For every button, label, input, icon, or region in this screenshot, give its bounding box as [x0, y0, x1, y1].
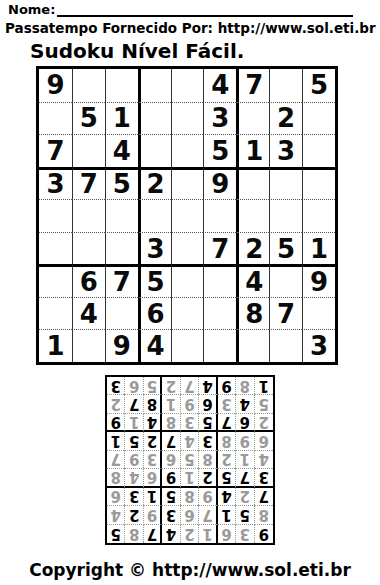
- cell-r6c8: 5: [269, 232, 302, 265]
- solution-cell-r9c9: 3: [107, 377, 125, 395]
- solution-cell-r4c8: 4: [125, 469, 143, 487]
- cell-r7c3: 7: [105, 264, 138, 297]
- cell-r2c9[interactable]: [302, 102, 335, 135]
- solution-cell-r9c8: 6: [125, 377, 143, 395]
- cell-r9c4: 4: [138, 329, 171, 362]
- solution-cell-r6c6: 7: [162, 432, 180, 450]
- cell-r2c8: 2: [269, 102, 302, 135]
- solution-cell-r5c7: 3: [144, 451, 162, 469]
- solution-cell-r1c5: 2: [181, 525, 199, 543]
- solution-cell-r6c4: 3: [199, 432, 217, 450]
- cell-r5c9[interactable]: [302, 199, 335, 232]
- solution-cell-r6c1: 6: [255, 432, 273, 450]
- cell-r4c4: 2: [138, 167, 171, 200]
- cell-r3c5[interactable]: [171, 134, 204, 167]
- solution-cell-r7c3: 7: [218, 414, 236, 432]
- page-title: Sudoku Nível Fácil.: [30, 39, 244, 63]
- cell-r3c2[interactable]: [72, 134, 105, 167]
- solution-cell-r6c8: 5: [125, 432, 143, 450]
- cell-r7c6[interactable]: [203, 264, 236, 297]
- solution-cell-r6c2: 9: [236, 432, 254, 450]
- solution-cell-r2c4: 7: [199, 506, 217, 524]
- solution-cell-r5c8: 9: [125, 451, 143, 469]
- cell-r8c8: 7: [269, 297, 302, 330]
- cell-r7c5[interactable]: [171, 264, 204, 297]
- cell-r2c7[interactable]: [236, 102, 269, 135]
- solution-cell-r9c1: 1: [255, 377, 273, 395]
- name-row: Nome:: [8, 1, 353, 17]
- solution-cell-r4c9: 8: [107, 469, 125, 487]
- cell-r7c1[interactable]: [39, 264, 72, 297]
- solution-cell-r4c4: 2: [199, 469, 217, 487]
- solution-cell-r9c4: 4: [199, 377, 217, 395]
- cell-r4c2: 7: [72, 167, 105, 200]
- solution-cell-r9c5: 7: [181, 377, 199, 395]
- cell-r8c1[interactable]: [39, 297, 72, 330]
- cell-r1c2[interactable]: [72, 69, 105, 102]
- cell-r7c2: 6: [72, 264, 105, 297]
- solution-cell-r7c7: 4: [144, 414, 162, 432]
- cell-r9c2[interactable]: [72, 329, 105, 362]
- cell-r2c1[interactable]: [39, 102, 72, 135]
- solution-cell-r7c2: 6: [236, 414, 254, 432]
- solution-cell-r6c9: 1: [107, 432, 125, 450]
- solution-cell-r8c9: 2: [107, 395, 125, 413]
- cell-r4c3: 5: [105, 167, 138, 200]
- cell-r9c5[interactable]: [171, 329, 204, 362]
- cell-r6c9: 1: [302, 232, 335, 265]
- cell-r5c6[interactable]: [203, 199, 236, 232]
- solution-cell-r2c7: 9: [144, 506, 162, 524]
- solution-cell-r6c5: 4: [181, 432, 199, 450]
- cell-r8c5[interactable]: [171, 297, 204, 330]
- cell-r4c6: 9: [203, 167, 236, 200]
- solution-cell-r5c1: 4: [255, 451, 273, 469]
- cell-r8c7: 8: [236, 297, 269, 330]
- solution-cell-r3c3: 4: [218, 488, 236, 506]
- cell-r6c3[interactable]: [105, 232, 138, 265]
- provided-by-text: Passatempo Fornecido Por: http://www.sol…: [5, 20, 375, 36]
- cell-r8c9[interactable]: [302, 297, 335, 330]
- cell-r6c7: 2: [236, 232, 269, 265]
- cell-r8c6[interactable]: [203, 297, 236, 330]
- cell-r5c3[interactable]: [105, 199, 138, 232]
- solution-cell-r2c1: 8: [255, 506, 273, 524]
- cell-r3c3: 4: [105, 134, 138, 167]
- solution-cell-r2c9: 4: [107, 506, 125, 524]
- solution-cell-r4c5: 1: [181, 469, 199, 487]
- solution-cell-r2c3: 1: [218, 506, 236, 524]
- cell-r6c1[interactable]: [39, 232, 72, 265]
- cell-r2c6: 3: [203, 102, 236, 135]
- solution-cell-r5c2: 1: [236, 451, 254, 469]
- cell-r2c4[interactable]: [138, 102, 171, 135]
- solution-cell-r1c2: 3: [236, 525, 254, 543]
- cell-r4c9[interactable]: [302, 167, 335, 200]
- cell-r4c1: 3: [39, 167, 72, 200]
- solution-cell-r5c4: 8: [199, 451, 217, 469]
- solution-cell-r1c4: 1: [199, 525, 217, 543]
- solution-cell-r6c3: 8: [218, 432, 236, 450]
- solution-cell-r4c2: 7: [236, 469, 254, 487]
- cell-r5c2[interactable]: [72, 199, 105, 232]
- cell-r3c9[interactable]: [302, 134, 335, 167]
- cell-r1c1: 9: [39, 69, 72, 102]
- cell-r1c8[interactable]: [269, 69, 302, 102]
- cell-r2c3: 1: [105, 102, 138, 135]
- cell-r1c9: 5: [302, 69, 335, 102]
- solution-cell-r7c6: 8: [162, 414, 180, 432]
- solution-cell-r3c5: 8: [181, 488, 199, 506]
- cell-r3c7: 1: [236, 134, 269, 167]
- cell-r6c4: 3: [138, 232, 171, 265]
- solution-cell-r4c3: 5: [218, 469, 236, 487]
- solution-cell-r7c5: 3: [181, 414, 199, 432]
- cell-r9c9: 3: [302, 329, 335, 362]
- solution-cell-r8c2: 4: [236, 395, 254, 413]
- cell-r5c8[interactable]: [269, 199, 302, 232]
- cell-r6c5[interactable]: [171, 232, 204, 265]
- solution-cell-r2c5: 6: [181, 506, 199, 524]
- sudoku-puzzle-grid: 947551327451337529372516754946871943: [36, 66, 338, 365]
- solution-cell-r8c8: 7: [125, 395, 143, 413]
- name-label: Nome:: [8, 2, 55, 17]
- cell-r1c4[interactable]: [138, 69, 171, 102]
- solution-cell-r3c9: 6: [107, 488, 125, 506]
- solution-cell-r7c1: 2: [255, 414, 273, 432]
- solution-cell-r9c7: 5: [144, 377, 162, 395]
- copyright-text: Copyright © http://www.sol.eti.br: [0, 560, 380, 580]
- cell-r9c6[interactable]: [203, 329, 236, 362]
- cell-r4c7[interactable]: [236, 167, 269, 200]
- cell-r9c3: 9: [105, 329, 138, 362]
- solution-cell-r3c7: 1: [144, 488, 162, 506]
- solution-cell-r5c9: 7: [107, 451, 125, 469]
- cell-r9c7[interactable]: [236, 329, 269, 362]
- solution-cell-r3c2: 2: [236, 488, 254, 506]
- cell-r1c3[interactable]: [105, 69, 138, 102]
- cell-r7c9: 9: [302, 264, 335, 297]
- cell-r5c5[interactable]: [171, 199, 204, 232]
- solution-cell-r3c6: 5: [162, 488, 180, 506]
- cell-r5c4[interactable]: [138, 199, 171, 232]
- solution-cell-r2c2: 5: [236, 506, 254, 524]
- solution-cell-r1c3: 6: [218, 525, 236, 543]
- cell-r5c1[interactable]: [39, 199, 72, 232]
- name-input-line[interactable]: [57, 1, 353, 17]
- solution-cell-r1c6: 4: [162, 525, 180, 543]
- cell-r7c7: 4: [236, 264, 269, 297]
- cell-r1c6: 4: [203, 69, 236, 102]
- solution-cell-r2c6: 3: [162, 506, 180, 524]
- cell-r5c7[interactable]: [236, 199, 269, 232]
- solution-cell-r8c4: 6: [199, 395, 217, 413]
- solution-cell-r3c1: 7: [255, 488, 273, 506]
- solution-cell-r7c9: 9: [107, 414, 125, 432]
- sudoku-solution-grid-rotated: 9361247858517639247249851363752196484128…: [105, 375, 275, 545]
- solution-cell-r2c8: 2: [125, 506, 143, 524]
- cell-r1c5[interactable]: [171, 69, 204, 102]
- cell-r2c5[interactable]: [171, 102, 204, 135]
- cell-r8c2: 4: [72, 297, 105, 330]
- cell-r8c3[interactable]: [105, 297, 138, 330]
- cell-r9c1: 1: [39, 329, 72, 362]
- solution-cell-r1c8: 8: [125, 525, 143, 543]
- cell-r3c4[interactable]: [138, 134, 171, 167]
- solution-cell-r5c6: 6: [162, 451, 180, 469]
- solution-cell-r5c3: 2: [218, 451, 236, 469]
- cell-r1c7: 7: [236, 69, 269, 102]
- solution-cell-r1c9: 5: [107, 525, 125, 543]
- solution-cell-r5c5: 5: [181, 451, 199, 469]
- cell-r3c1: 7: [39, 134, 72, 167]
- cell-r7c8[interactable]: [269, 264, 302, 297]
- cell-r6c2[interactable]: [72, 232, 105, 265]
- cell-r4c5[interactable]: [171, 167, 204, 200]
- solution-cell-r9c3: 9: [218, 377, 236, 395]
- solution-cell-r4c1: 3: [255, 469, 273, 487]
- solution-cell-r8c7: 8: [144, 395, 162, 413]
- solution-cell-r7c4: 5: [199, 414, 217, 432]
- sudoku-worksheet: Nome: Passatempo Fornecido Por: http://w…: [0, 0, 380, 585]
- solution-cell-r9c2: 8: [236, 377, 254, 395]
- solution-cell-r7c8: 1: [125, 414, 143, 432]
- solution-cell-r9c6: 2: [162, 377, 180, 395]
- solution-cell-r4c7: 6: [144, 469, 162, 487]
- cell-r3c8: 3: [269, 134, 302, 167]
- solution-cell-r3c8: 3: [125, 488, 143, 506]
- solution-cell-r1c1: 9: [255, 525, 273, 543]
- solution-cell-r4c6: 9: [162, 469, 180, 487]
- cell-r6c6: 7: [203, 232, 236, 265]
- cell-r4c8[interactable]: [269, 167, 302, 200]
- cell-r3c6: 5: [203, 134, 236, 167]
- cell-r9c8[interactable]: [269, 329, 302, 362]
- solution-cell-r8c3: 3: [218, 395, 236, 413]
- solution-cell-r8c1: 5: [255, 395, 273, 413]
- solution-cell-r1c7: 7: [144, 525, 162, 543]
- cell-r8c4: 6: [138, 297, 171, 330]
- cell-r2c2: 5: [72, 102, 105, 135]
- solution-cell-r8c6: 1: [162, 395, 180, 413]
- solution-cell-r8c5: 9: [181, 395, 199, 413]
- cell-r7c4: 5: [138, 264, 171, 297]
- solution-cell-r6c7: 2: [144, 432, 162, 450]
- solution-cell-r3c4: 9: [199, 488, 217, 506]
